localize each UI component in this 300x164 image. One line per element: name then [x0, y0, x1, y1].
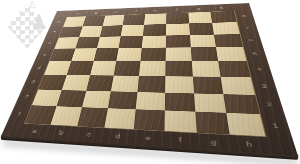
- square-d8: [123, 14, 145, 25]
- square-e8: [144, 14, 166, 25]
- square-h4: [218, 61, 250, 77]
- rank-label-right-4: 4: [247, 61, 273, 77]
- square-h3: [221, 77, 255, 95]
- file-label-bottom-h: h: [230, 134, 270, 154]
- square-d7: [121, 25, 144, 37]
- square-h2: [224, 94, 260, 114]
- square-e3: [137, 76, 165, 93]
- file-label-bottom-b: b: [46, 125, 77, 141]
- square-f3: [165, 76, 194, 93]
- square-g6: [190, 34, 217, 47]
- rank-label-right-3: 3: [251, 77, 279, 95]
- pawn-outline-icon: ♙: [28, 0, 37, 10]
- square-c5: [93, 48, 118, 61]
- square-g7: [189, 23, 214, 35]
- square-c1: [77, 107, 108, 127]
- square-g2: [194, 93, 227, 113]
- square-g8: [188, 12, 212, 23]
- board-squares: [25, 11, 265, 136]
- square-d5: [116, 48, 141, 61]
- file-label-bottom-f: f: [164, 131, 197, 149]
- square-h1: [227, 113, 266, 136]
- square-h6: [214, 34, 243, 47]
- file-label-bottom-g: g: [196, 133, 232, 152]
- square-g1: [195, 112, 230, 135]
- square-f4: [165, 61, 192, 76]
- square-e7: [143, 24, 166, 36]
- square-c4: [90, 61, 117, 75]
- square-e2: [136, 92, 165, 111]
- rank-label-right-8: 8: [234, 10, 255, 22]
- square-f1: [164, 111, 196, 133]
- square-f8: [166, 13, 189, 24]
- square-f2: [165, 92, 195, 111]
- square-h5: [216, 47, 246, 61]
- square-d1: [105, 108, 136, 129]
- square-g5: [190, 47, 218, 61]
- file-label-bottom-e: e: [132, 129, 164, 147]
- square-h7: [212, 22, 239, 34]
- square-f7: [166, 23, 190, 35]
- square-c8: [102, 15, 124, 26]
- pawn-icon: ♟: [30, 12, 48, 32]
- square-c7: [100, 25, 123, 36]
- rank-label-right-5: 5: [243, 47, 268, 62]
- square-c3: [86, 75, 114, 91]
- square-g3: [192, 76, 223, 94]
- square-e4: [139, 61, 165, 76]
- square-f5: [165, 47, 191, 61]
- square-e5: [140, 48, 165, 62]
- square-g4: [191, 61, 220, 77]
- product-photo-chessboard: ♙ ♟ abcdefgh abcdefgh 87654321 87654321: [0, 0, 300, 164]
- file-label-bottom-d: d: [102, 128, 134, 145]
- square-h8: [211, 11, 237, 23]
- square-c2: [82, 90, 112, 108]
- rank-label-right-7: 7: [237, 21, 259, 33]
- square-f6: [166, 35, 191, 48]
- square-e6: [142, 35, 166, 48]
- square-d2: [108, 91, 137, 109]
- square-d4: [114, 61, 141, 76]
- file-label-bottom-c: c: [73, 126, 105, 143]
- square-e1: [134, 109, 165, 130]
- square-c6: [97, 36, 121, 48]
- shop-watermark-logo: ♙ ♟: [7, 3, 47, 49]
- square-d3: [111, 75, 139, 91]
- square-d6: [119, 36, 143, 48]
- rank-label-right-6: 6: [240, 34, 263, 47]
